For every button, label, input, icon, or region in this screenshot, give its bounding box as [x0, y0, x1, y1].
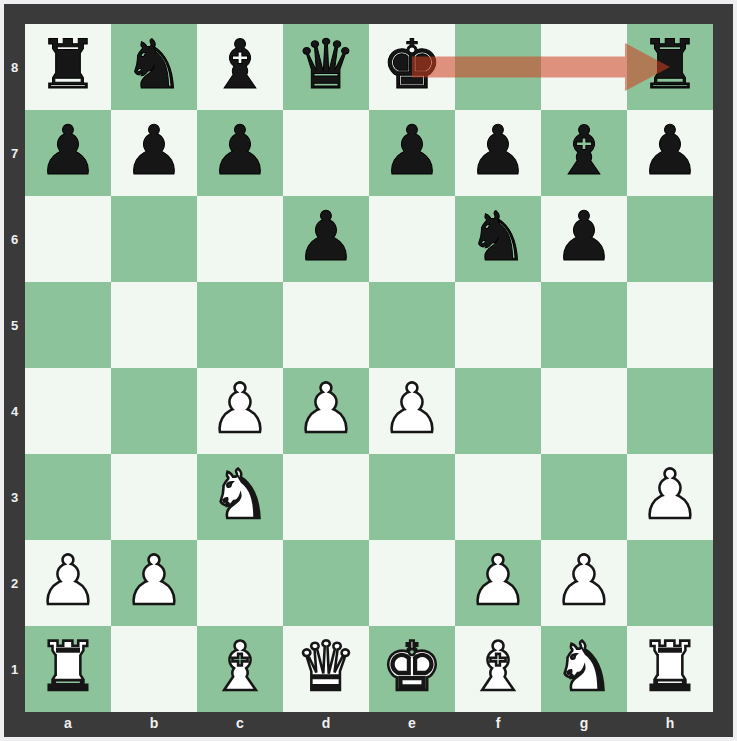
black-pawn-piece[interactable]: ♟ [124, 108, 185, 194]
square-f3[interactable] [455, 454, 541, 540]
square-g3[interactable] [541, 454, 627, 540]
white-pawn-piece[interactable]: ♟ [554, 538, 615, 624]
square-a6[interactable] [25, 196, 111, 282]
white-pawn-piece[interactable]: ♟ [38, 538, 99, 624]
square-b4[interactable] [111, 368, 197, 454]
square-d6[interactable]: ♟ [283, 196, 369, 282]
square-h2[interactable] [627, 540, 713, 626]
square-d1[interactable]: ♛ [283, 626, 369, 712]
square-b5[interactable] [111, 282, 197, 368]
black-pawn-piece[interactable]: ♟ [640, 108, 701, 194]
white-queen-piece[interactable]: ♛ [296, 624, 357, 710]
square-g1[interactable]: ♞ [541, 626, 627, 712]
black-king-piece[interactable]: ♚ [382, 22, 443, 108]
rank-labels: 87654321 [4, 24, 25, 712]
square-b8[interactable]: ♞ [111, 24, 197, 110]
black-bishop-piece[interactable]: ♝ [554, 108, 615, 194]
black-pawn-piece[interactable]: ♟ [38, 108, 99, 194]
square-d5[interactable] [283, 282, 369, 368]
square-d4[interactable]: ♟ [283, 368, 369, 454]
square-g2[interactable]: ♟ [541, 540, 627, 626]
square-c2[interactable] [197, 540, 283, 626]
black-pawn-piece[interactable]: ♟ [382, 108, 443, 194]
square-g5[interactable] [541, 282, 627, 368]
black-pawn-piece[interactable]: ♟ [554, 194, 615, 280]
square-h1[interactable]: ♜ [627, 626, 713, 712]
black-knight-piece[interactable]: ♞ [124, 22, 185, 108]
white-pawn-piece[interactable]: ♟ [124, 538, 185, 624]
page-background: 87654321 ♜♞♝♛♚♜♟♟♟♟♟♝♟♟♞♟♟♟♟♞♟♟♟♟♟♜♝♛♚♝♞… [0, 0, 737, 741]
board-frame: 87654321 ♜♞♝♛♚♜♟♟♟♟♟♝♟♟♞♟♟♟♟♞♟♟♟♟♟♜♝♛♚♝♞… [4, 4, 733, 737]
square-g4[interactable] [541, 368, 627, 454]
white-pawn-piece[interactable]: ♟ [468, 538, 529, 624]
square-d2[interactable] [283, 540, 369, 626]
board-area: ♜♞♝♛♚♜♟♟♟♟♟♝♟♟♞♟♟♟♟♞♟♟♟♟♟♜♝♛♚♝♞♜ [25, 24, 713, 712]
square-e7[interactable]: ♟ [369, 110, 455, 196]
file-label-a: a [25, 712, 111, 731]
white-pawn-piece[interactable]: ♟ [640, 452, 701, 538]
square-f7[interactable]: ♟ [455, 110, 541, 196]
square-g6[interactable]: ♟ [541, 196, 627, 282]
black-queen-piece[interactable]: ♛ [296, 22, 357, 108]
white-rook-piece[interactable]: ♜ [38, 624, 99, 710]
square-e6[interactable] [369, 196, 455, 282]
square-a5[interactable] [25, 282, 111, 368]
rank-label-6: 6 [4, 196, 25, 282]
rank-label-1: 1 [4, 626, 25, 712]
white-pawn-piece[interactable]: ♟ [210, 366, 271, 452]
black-bishop-piece[interactable]: ♝ [210, 22, 271, 108]
square-e5[interactable] [369, 282, 455, 368]
square-a1[interactable]: ♜ [25, 626, 111, 712]
square-a2[interactable]: ♟ [25, 540, 111, 626]
square-h5[interactable] [627, 282, 713, 368]
square-e8[interactable]: ♚ [369, 24, 455, 110]
file-label-f: f [455, 712, 541, 731]
square-a7[interactable]: ♟ [25, 110, 111, 196]
square-h3[interactable]: ♟ [627, 454, 713, 540]
square-f6[interactable]: ♞ [455, 196, 541, 282]
file-label-c: c [197, 712, 283, 731]
rank-label-5: 5 [4, 282, 25, 368]
square-b6[interactable] [111, 196, 197, 282]
square-b2[interactable]: ♟ [111, 540, 197, 626]
square-f5[interactable] [455, 282, 541, 368]
square-b7[interactable]: ♟ [111, 110, 197, 196]
white-knight-piece[interactable]: ♞ [210, 452, 271, 538]
square-c1[interactable]: ♝ [197, 626, 283, 712]
file-label-d: d [283, 712, 369, 731]
square-c6[interactable] [197, 196, 283, 282]
rank-label-4: 4 [4, 368, 25, 454]
square-c5[interactable] [197, 282, 283, 368]
black-knight-piece[interactable]: ♞ [468, 194, 529, 280]
black-rook-piece[interactable]: ♜ [38, 22, 99, 108]
square-h4[interactable] [627, 368, 713, 454]
rank-label-3: 3 [4, 454, 25, 540]
square-f8[interactable] [455, 24, 541, 110]
square-e4[interactable]: ♟ [369, 368, 455, 454]
square-c3[interactable]: ♞ [197, 454, 283, 540]
white-rook-piece[interactable]: ♜ [640, 624, 701, 710]
file-labels: abcdefgh [25, 712, 713, 737]
file-label-g: g [541, 712, 627, 731]
square-h8[interactable]: ♜ [627, 24, 713, 110]
square-f4[interactable] [455, 368, 541, 454]
white-king-piece[interactable]: ♚ [382, 624, 443, 710]
square-e2[interactable] [369, 540, 455, 626]
square-g7[interactable]: ♝ [541, 110, 627, 196]
square-h7[interactable]: ♟ [627, 110, 713, 196]
rank-label-7: 7 [4, 110, 25, 196]
square-d8[interactable]: ♛ [283, 24, 369, 110]
square-e3[interactable] [369, 454, 455, 540]
square-b3[interactable] [111, 454, 197, 540]
square-d7[interactable] [283, 110, 369, 196]
black-rook-piece[interactable]: ♜ [640, 22, 701, 108]
black-pawn-piece[interactable]: ♟ [296, 194, 357, 280]
board: ♜♞♝♛♚♜♟♟♟♟♟♝♟♟♞♟♟♟♟♞♟♟♟♟♟♜♝♛♚♝♞♜ [25, 24, 713, 712]
white-pawn-piece[interactable]: ♟ [296, 366, 357, 452]
rank-label-2: 2 [4, 540, 25, 626]
white-bishop-piece[interactable]: ♝ [468, 624, 529, 710]
square-a4[interactable] [25, 368, 111, 454]
white-bishop-piece[interactable]: ♝ [210, 624, 271, 710]
rank-label-8: 8 [4, 24, 25, 110]
square-h6[interactable] [627, 196, 713, 282]
black-pawn-piece[interactable]: ♟ [210, 108, 271, 194]
white-knight-piece[interactable]: ♞ [554, 624, 615, 710]
square-a3[interactable] [25, 454, 111, 540]
black-pawn-piece[interactable]: ♟ [468, 108, 529, 194]
square-f1[interactable]: ♝ [455, 626, 541, 712]
square-b1[interactable] [111, 626, 197, 712]
square-c8[interactable]: ♝ [197, 24, 283, 110]
square-d3[interactable] [283, 454, 369, 540]
square-e1[interactable]: ♚ [369, 626, 455, 712]
square-a8[interactable]: ♜ [25, 24, 111, 110]
square-g8[interactable] [541, 24, 627, 110]
file-label-e: e [369, 712, 455, 731]
file-label-h: h [627, 712, 713, 731]
square-f2[interactable]: ♟ [455, 540, 541, 626]
white-pawn-piece[interactable]: ♟ [382, 366, 443, 452]
square-c4[interactable]: ♟ [197, 368, 283, 454]
file-label-b: b [111, 712, 197, 731]
square-c7[interactable]: ♟ [197, 110, 283, 196]
